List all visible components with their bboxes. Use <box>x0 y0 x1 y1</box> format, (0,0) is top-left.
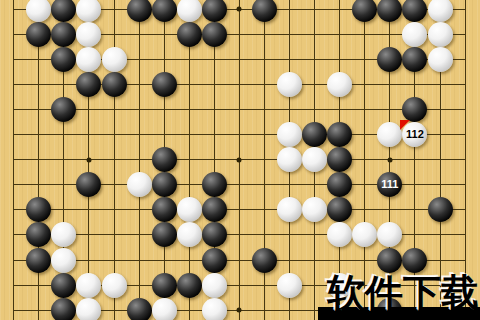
black-stone[interactable] <box>202 248 227 273</box>
black-stone[interactable] <box>26 222 51 247</box>
white-stone[interactable] <box>277 147 302 172</box>
black-stone[interactable] <box>152 172 177 197</box>
white-stone[interactable] <box>202 273 227 298</box>
white-stone[interactable] <box>177 197 202 222</box>
star-point <box>237 157 242 162</box>
black-stone[interactable] <box>26 197 51 222</box>
black-stone[interactable] <box>352 0 377 22</box>
black-stone[interactable] <box>202 172 227 197</box>
black-stone[interactable] <box>76 72 101 97</box>
black-stone[interactable] <box>402 47 427 72</box>
white-stone[interactable] <box>428 47 453 72</box>
white-stone[interactable] <box>152 298 177 320</box>
white-stone[interactable] <box>327 222 352 247</box>
black-stone[interactable] <box>127 0 152 22</box>
black-stone[interactable] <box>51 0 76 22</box>
star-point <box>237 308 242 313</box>
black-stone[interactable] <box>402 97 427 122</box>
black-stone[interactable] <box>152 147 177 172</box>
star-point <box>387 157 392 162</box>
black-stone[interactable] <box>26 22 51 47</box>
white-stone[interactable] <box>377 122 402 147</box>
black-stone[interactable] <box>252 0 277 22</box>
white-stone[interactable] <box>377 222 402 247</box>
black-stone[interactable] <box>327 122 352 147</box>
star-point <box>237 7 242 12</box>
white-stone[interactable] <box>202 298 227 320</box>
star-point <box>86 157 91 162</box>
move-111-stone[interactable]: 111 <box>377 172 402 197</box>
white-stone[interactable] <box>277 122 302 147</box>
white-stone[interactable] <box>76 47 101 72</box>
watermark-text: 软件下载 <box>327 268 479 319</box>
black-stone[interactable] <box>127 298 152 320</box>
black-stone[interactable] <box>102 72 127 97</box>
black-stone[interactable] <box>152 222 177 247</box>
black-stone[interactable] <box>202 222 227 247</box>
grid-line-horizontal <box>13 209 465 210</box>
black-stone[interactable] <box>152 273 177 298</box>
black-stone[interactable] <box>377 0 402 22</box>
white-stone[interactable] <box>402 22 427 47</box>
black-stone[interactable] <box>202 197 227 222</box>
black-stone[interactable] <box>51 273 76 298</box>
last-move-marker <box>400 120 410 130</box>
white-stone[interactable] <box>76 22 101 47</box>
white-stone[interactable] <box>102 273 127 298</box>
black-stone[interactable] <box>202 0 227 22</box>
white-stone[interactable] <box>277 273 302 298</box>
black-stone[interactable] <box>152 0 177 22</box>
black-stone[interactable] <box>177 22 202 47</box>
white-stone[interactable] <box>428 22 453 47</box>
white-stone[interactable] <box>102 47 127 72</box>
white-stone[interactable] <box>76 0 101 22</box>
black-stone[interactable] <box>76 172 101 197</box>
white-stone[interactable] <box>76 298 101 320</box>
black-stone[interactable] <box>402 0 427 22</box>
white-stone[interactable] <box>76 273 101 298</box>
white-stone[interactable] <box>277 72 302 97</box>
go-board[interactable]: 软件下载 112111 <box>0 0 480 320</box>
white-stone[interactable] <box>127 172 152 197</box>
black-stone[interactable] <box>428 197 453 222</box>
black-stone[interactable] <box>302 122 327 147</box>
move-112-stone[interactable]: 112 <box>402 122 427 147</box>
white-stone[interactable] <box>51 222 76 247</box>
black-stone[interactable] <box>152 72 177 97</box>
black-stone[interactable] <box>202 22 227 47</box>
black-stone[interactable] <box>327 147 352 172</box>
black-stone[interactable] <box>26 248 51 273</box>
white-stone[interactable] <box>327 72 352 97</box>
black-stone[interactable] <box>377 47 402 72</box>
white-stone[interactable] <box>277 197 302 222</box>
black-stone[interactable] <box>51 298 76 320</box>
white-stone[interactable] <box>51 248 76 273</box>
black-stone[interactable] <box>327 197 352 222</box>
white-stone[interactable] <box>352 222 377 247</box>
black-stone[interactable] <box>51 22 76 47</box>
black-stone[interactable] <box>51 47 76 72</box>
white-stone[interactable] <box>302 147 327 172</box>
black-stone[interactable] <box>327 172 352 197</box>
white-stone[interactable] <box>177 0 202 22</box>
white-stone[interactable] <box>26 0 51 22</box>
black-stone[interactable] <box>177 273 202 298</box>
white-stone[interactable] <box>302 197 327 222</box>
black-stone[interactable] <box>152 197 177 222</box>
black-stone[interactable] <box>252 248 277 273</box>
white-stone[interactable] <box>177 222 202 247</box>
black-stone[interactable] <box>51 97 76 122</box>
white-stone[interactable] <box>428 0 453 22</box>
grid-line-horizontal <box>13 109 465 110</box>
